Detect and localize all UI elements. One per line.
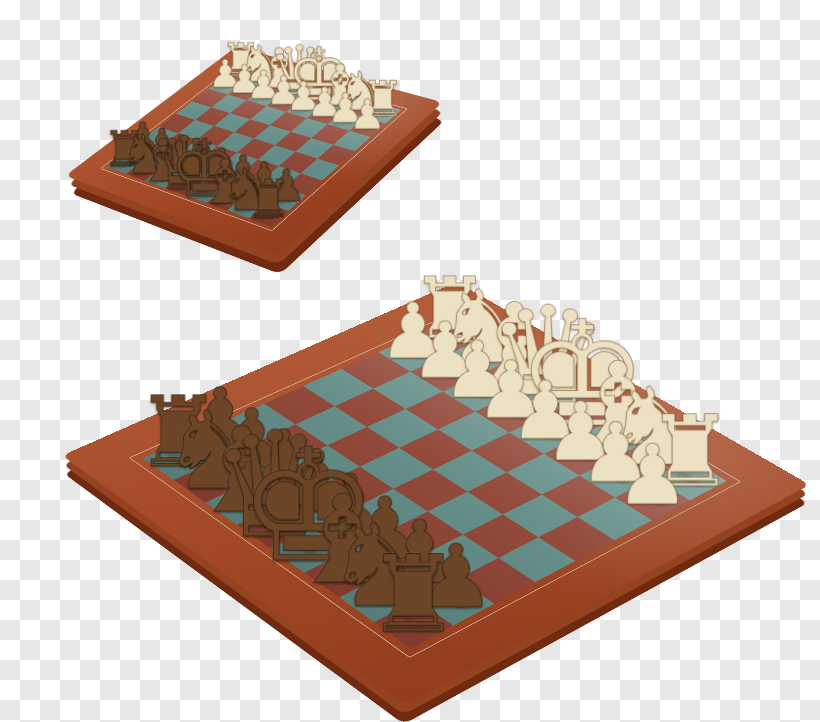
pieces-layer: ♜♞♝♛♚♝♞♜♟♟♟♟♟♟♟♟♟♟♟♟♟♟♟♟♜♞♝♛♚♝♞♜ xyxy=(62,281,810,704)
black-rook-glyph: ♜ xyxy=(308,541,520,647)
white-pawn-glyph: ♟ xyxy=(570,434,737,517)
image-canvas: ♜♞♝♛♚♝♞♜♟♟♟♟♟♟♟♟♟♟♟♟♟♟♟♟♜♞♝♛♚♝♞♜ ♜♞♝♛♚♝♞… xyxy=(0,0,820,722)
chessboard-large-surface: ♜♞♝♛♚♝♞♜♟♟♟♟♟♟♟♟♟♟♟♟♟♟♟♟♜♞♝♛♚♝♞♜ xyxy=(62,282,810,705)
chessboard-large: ♜♞♝♛♚♝♞♜♟♟♟♟♟♟♟♟♟♟♟♟♟♟♟♟♜♞♝♛♚♝♞♜ xyxy=(168,205,698,722)
white-pawn-glyph: ♟ xyxy=(326,94,409,135)
transparent-background: { "game": "chess", "position": "rnbqkbnr… xyxy=(0,0,820,722)
